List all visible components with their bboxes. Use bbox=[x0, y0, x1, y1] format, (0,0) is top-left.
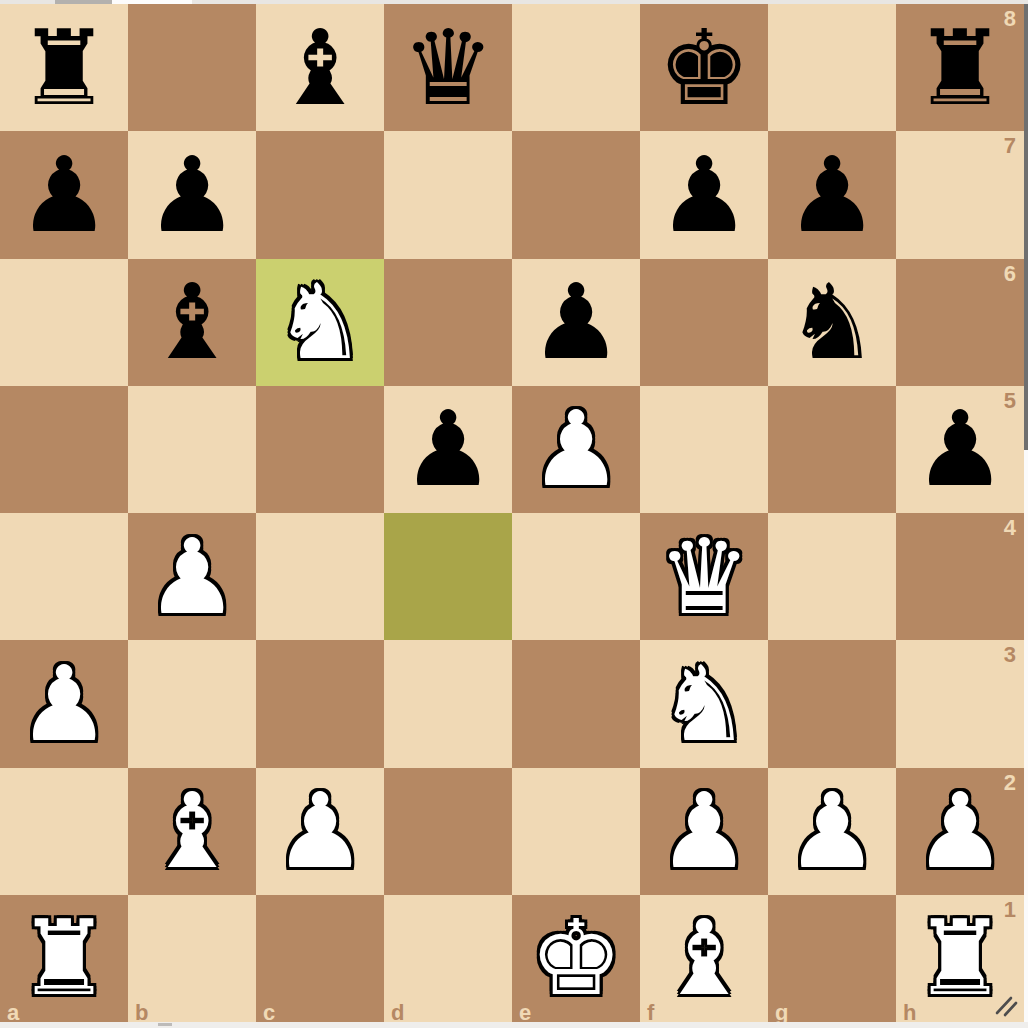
white-knight[interactable]: ♞ bbox=[273, 270, 366, 374]
square-b4[interactable]: ♟ bbox=[128, 513, 256, 640]
screenshot-root: ♜♝♛♚♜8♟♟♟♟7♝♞♟♞6♟♟♟5♟♛4♟♞3♝♟♟♟♟2♜abcd♚e♝… bbox=[0, 0, 1028, 1028]
file-label-g: g bbox=[775, 1002, 788, 1024]
square-a2[interactable] bbox=[0, 768, 128, 895]
black-rook[interactable]: ♜ bbox=[17, 16, 110, 120]
square-c6[interactable]: ♞ bbox=[256, 259, 384, 386]
square-e1[interactable]: ♚e bbox=[512, 895, 640, 1022]
square-e3[interactable] bbox=[512, 640, 640, 767]
white-bishop[interactable]: ♝ bbox=[657, 906, 750, 1010]
square-a1[interactable]: ♜a bbox=[0, 895, 128, 1022]
rank-label-7: 7 bbox=[1004, 135, 1016, 157]
black-pawn[interactable]: ♟ bbox=[657, 143, 750, 247]
square-f8[interactable]: ♚ bbox=[640, 4, 768, 131]
black-bishop[interactable]: ♝ bbox=[145, 270, 238, 374]
black-queen[interactable]: ♛ bbox=[401, 16, 494, 120]
chess-board: ♜♝♛♚♜8♟♟♟♟7♝♞♟♞6♟♟♟5♟♛4♟♞3♝♟♟♟♟2♜abcd♚e♝… bbox=[0, 4, 1024, 1022]
square-f7[interactable]: ♟ bbox=[640, 131, 768, 258]
file-label-e: e bbox=[519, 1002, 531, 1024]
white-pawn[interactable]: ♟ bbox=[657, 779, 750, 883]
square-e5[interactable]: ♟ bbox=[512, 386, 640, 513]
black-pawn[interactable]: ♟ bbox=[913, 397, 1006, 501]
square-f4[interactable]: ♛ bbox=[640, 513, 768, 640]
square-g3[interactable] bbox=[768, 640, 896, 767]
square-c8[interactable]: ♝ bbox=[256, 4, 384, 131]
rank-label-5: 5 bbox=[1004, 390, 1016, 412]
square-d6[interactable] bbox=[384, 259, 512, 386]
square-a6[interactable] bbox=[0, 259, 128, 386]
white-rook[interactable]: ♜ bbox=[17, 906, 110, 1010]
square-d3[interactable] bbox=[384, 640, 512, 767]
file-label-f: f bbox=[647, 1002, 654, 1024]
square-g8[interactable] bbox=[768, 4, 896, 131]
square-b3[interactable] bbox=[128, 640, 256, 767]
black-pawn[interactable]: ♟ bbox=[529, 270, 622, 374]
square-g2[interactable]: ♟ bbox=[768, 768, 896, 895]
square-d4[interactable] bbox=[384, 513, 512, 640]
square-b8[interactable] bbox=[128, 4, 256, 131]
square-a4[interactable] bbox=[0, 513, 128, 640]
square-b7[interactable]: ♟ bbox=[128, 131, 256, 258]
white-king[interactable]: ♚ bbox=[529, 906, 622, 1010]
file-label-d: d bbox=[391, 1002, 404, 1024]
rank-label-8: 8 bbox=[1004, 8, 1016, 30]
black-rook[interactable]: ♜ bbox=[913, 16, 1006, 120]
square-g7[interactable]: ♟ bbox=[768, 131, 896, 258]
square-c1[interactable]: c bbox=[256, 895, 384, 1022]
white-rook[interactable]: ♜ bbox=[913, 906, 1006, 1010]
black-king[interactable]: ♚ bbox=[657, 16, 750, 120]
white-pawn[interactable]: ♟ bbox=[785, 779, 878, 883]
square-g1[interactable]: g bbox=[768, 895, 896, 1022]
square-d8[interactable]: ♛ bbox=[384, 4, 512, 131]
white-pawn[interactable]: ♟ bbox=[529, 397, 622, 501]
square-e4[interactable] bbox=[512, 513, 640, 640]
white-pawn[interactable]: ♟ bbox=[273, 779, 366, 883]
square-h6[interactable]: 6 bbox=[896, 259, 1024, 386]
square-e2[interactable] bbox=[512, 768, 640, 895]
square-h3[interactable]: 3 bbox=[896, 640, 1024, 767]
square-h5[interactable]: ♟5 bbox=[896, 386, 1024, 513]
square-d5[interactable]: ♟ bbox=[384, 386, 512, 513]
bottom-bar-tick bbox=[158, 1023, 172, 1026]
rank-label-1: 1 bbox=[1004, 899, 1016, 921]
file-label-h: h bbox=[903, 1002, 916, 1024]
white-bishop[interactable]: ♝ bbox=[145, 779, 238, 883]
square-f1[interactable]: ♝f bbox=[640, 895, 768, 1022]
black-pawn[interactable]: ♟ bbox=[401, 397, 494, 501]
black-pawn[interactable]: ♟ bbox=[145, 143, 238, 247]
white-knight[interactable]: ♞ bbox=[657, 652, 750, 756]
square-a5[interactable] bbox=[0, 386, 128, 513]
white-pawn[interactable]: ♟ bbox=[145, 525, 238, 629]
square-e6[interactable]: ♟ bbox=[512, 259, 640, 386]
black-pawn[interactable]: ♟ bbox=[17, 143, 110, 247]
page-edge-bottom bbox=[0, 1022, 1028, 1028]
square-f6[interactable] bbox=[640, 259, 768, 386]
square-c2[interactable]: ♟ bbox=[256, 768, 384, 895]
black-pawn[interactable]: ♟ bbox=[785, 143, 878, 247]
square-d7[interactable] bbox=[384, 131, 512, 258]
rank-label-6: 6 bbox=[1004, 263, 1016, 285]
square-b5[interactable] bbox=[128, 386, 256, 513]
square-d1[interactable]: d bbox=[384, 895, 512, 1022]
square-c4[interactable] bbox=[256, 513, 384, 640]
rank-label-4: 4 bbox=[1004, 517, 1016, 539]
square-c3[interactable] bbox=[256, 640, 384, 767]
square-e8[interactable] bbox=[512, 4, 640, 131]
square-c5[interactable] bbox=[256, 386, 384, 513]
rank-label-3: 3 bbox=[1004, 644, 1016, 666]
square-g5[interactable] bbox=[768, 386, 896, 513]
square-g4[interactable] bbox=[768, 513, 896, 640]
scrollbar-thumb[interactable] bbox=[1024, 4, 1028, 450]
square-f5[interactable] bbox=[640, 386, 768, 513]
white-pawn[interactable]: ♟ bbox=[17, 652, 110, 756]
black-bishop[interactable]: ♝ bbox=[273, 16, 366, 120]
square-c7[interactable] bbox=[256, 131, 384, 258]
square-b1[interactable]: b bbox=[128, 895, 256, 1022]
rank-label-2: 2 bbox=[1004, 772, 1016, 794]
resize-handle-icon[interactable] bbox=[994, 993, 1018, 1017]
file-label-c: c bbox=[263, 1002, 275, 1024]
white-queen[interactable]: ♛ bbox=[657, 525, 750, 629]
square-e7[interactable] bbox=[512, 131, 640, 258]
file-label-b: b bbox=[135, 1002, 148, 1024]
white-pawn[interactable]: ♟ bbox=[913, 779, 1006, 883]
square-b2[interactable]: ♝ bbox=[128, 768, 256, 895]
square-h4[interactable]: 4 bbox=[896, 513, 1024, 640]
file-label-a: a bbox=[7, 1002, 19, 1024]
square-b6[interactable]: ♝ bbox=[128, 259, 256, 386]
black-knight[interactable]: ♞ bbox=[785, 270, 878, 374]
square-h7[interactable]: 7 bbox=[896, 131, 1024, 258]
scrollbar[interactable] bbox=[1024, 4, 1028, 1022]
square-g6[interactable]: ♞ bbox=[768, 259, 896, 386]
square-a7[interactable]: ♟ bbox=[0, 131, 128, 258]
square-a3[interactable]: ♟ bbox=[0, 640, 128, 767]
square-a8[interactable]: ♜ bbox=[0, 4, 128, 131]
square-d2[interactable] bbox=[384, 768, 512, 895]
square-f3[interactable]: ♞ bbox=[640, 640, 768, 767]
square-h2[interactable]: ♟2 bbox=[896, 768, 1024, 895]
square-h8[interactable]: ♜8 bbox=[896, 4, 1024, 131]
square-f2[interactable]: ♟ bbox=[640, 768, 768, 895]
